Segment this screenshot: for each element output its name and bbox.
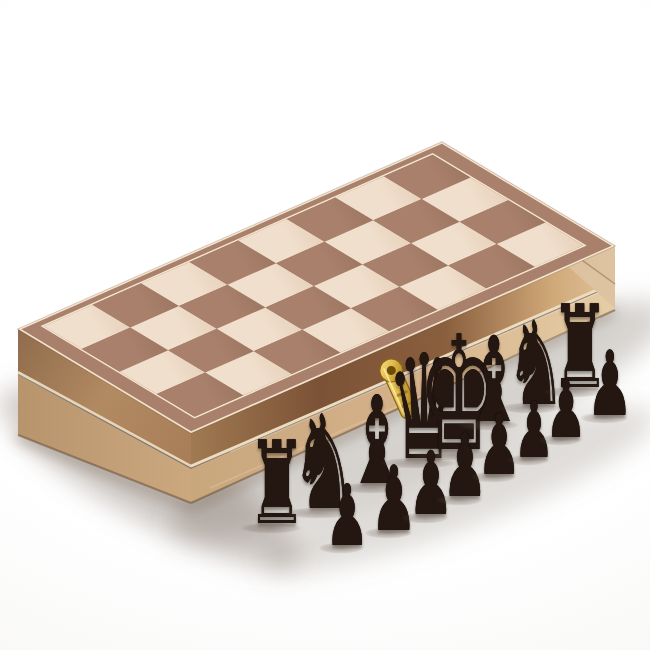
black-pawn: ♟ [545, 379, 587, 441]
pieces-display: ♜♞♝♛♚♝♞♜♟♟♟♟♟♟♟♟ [0, 0, 650, 650]
black-pawn: ♟ [325, 483, 369, 549]
black-pawn: ♟ [587, 349, 634, 419]
chess-set-product-photo: ♜♞♝♛♚♝♞♜♟♟♟♟♟♟♟♟ [0, 0, 650, 650]
